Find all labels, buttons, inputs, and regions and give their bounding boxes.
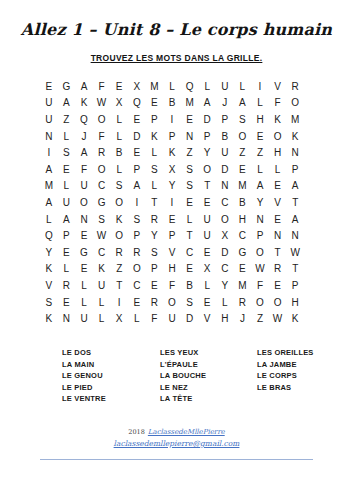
- grid-cell[interactable]: M: [40, 178, 58, 195]
- grid-cell[interactable]: M: [234, 178, 252, 195]
- grid-cell[interactable]: C: [181, 244, 199, 261]
- instruction-text: TROUVEZ LES MOTS DANS LA GRILLE.: [0, 53, 353, 63]
- grid-cell[interactable]: R: [269, 261, 287, 278]
- word-list-item: LE BRAS: [257, 382, 314, 394]
- grid-cell[interactable]: L: [251, 95, 269, 112]
- grid-cell[interactable]: I: [40, 144, 58, 161]
- grid-cell[interactable]: Y: [146, 227, 164, 244]
- grid-cell[interactable]: T: [198, 178, 216, 195]
- grid-cell[interactable]: Y: [251, 194, 269, 211]
- grid-cell[interactable]: Y: [198, 144, 216, 161]
- grid-cell[interactable]: U: [216, 78, 234, 95]
- grid-cell[interactable]: E: [269, 178, 287, 195]
- grid-cell[interactable]: E: [198, 294, 216, 311]
- grid-cell[interactable]: O: [198, 161, 216, 178]
- grid-cell[interactable]: E: [181, 261, 199, 278]
- word-list-item: LA BOUCHE: [160, 370, 206, 382]
- grid-cell[interactable]: H: [286, 294, 304, 311]
- grid-cell[interactable]: P: [163, 227, 181, 244]
- grid-cell[interactable]: B: [110, 144, 128, 161]
- grid-cell[interactable]: V: [269, 194, 287, 211]
- word-search-grid: EGAFEXMLQLULIVRUAKWXQEBMAJALFOUZQOLEPIED…: [40, 78, 304, 327]
- author-link[interactable]: LaclassedeMllePierre: [148, 428, 225, 436]
- credit-line: 2018LaclassedeMllePierre: [0, 426, 353, 438]
- grid-cell[interactable]: O: [93, 161, 111, 178]
- word-list: LE DOSLA MAINLE GENOULE PIEDLE VENTRELES…: [0, 347, 353, 409]
- grid-cell[interactable]: W: [269, 310, 287, 327]
- grid-cell[interactable]: A: [128, 178, 146, 195]
- grid-cell[interactable]: E: [234, 161, 252, 178]
- grid-cell[interactable]: R: [234, 294, 252, 311]
- grid-cell[interactable]: U: [93, 277, 111, 294]
- grid-cell[interactable]: Y: [216, 277, 234, 294]
- grid-cell[interactable]: X: [163, 161, 181, 178]
- grid-cell[interactable]: E: [40, 78, 58, 95]
- grid-cell[interactable]: Y: [40, 244, 58, 261]
- grid-cell[interactable]: S: [58, 144, 76, 161]
- grid-cell[interactable]: G: [93, 194, 111, 211]
- grid-cell[interactable]: E: [181, 194, 199, 211]
- grid-cell[interactable]: P: [251, 227, 269, 244]
- grid-cell[interactable]: P: [128, 227, 146, 244]
- footer: 2018LaclassedeMllePierre laclassedemllep…: [0, 426, 353, 450]
- word-list-item: LE PIED: [62, 382, 106, 394]
- grid-cell[interactable]: A: [58, 211, 76, 228]
- grid-cell[interactable]: K: [93, 261, 111, 278]
- grid-cell[interactable]: F: [93, 78, 111, 95]
- grid-cell[interactable]: L: [110, 111, 128, 128]
- grid-cell[interactable]: L: [234, 78, 252, 95]
- grid-cell[interactable]: E: [198, 244, 216, 261]
- grid-cell[interactable]: I: [163, 111, 181, 128]
- grid-cell[interactable]: I: [251, 78, 269, 95]
- grid-cell[interactable]: K: [269, 111, 287, 128]
- grid-cell[interactable]: C: [93, 178, 111, 195]
- grid-cell[interactable]: O: [234, 128, 252, 145]
- word-list-item: LES OREILLES: [257, 347, 314, 359]
- grid-cell[interactable]: L: [163, 78, 181, 95]
- grid-cell[interactable]: K: [163, 144, 181, 161]
- grid-cell[interactable]: L: [93, 294, 111, 311]
- grid-cell[interactable]: E: [58, 294, 76, 311]
- email-line: laclassedemllepierre@gmail.com: [0, 438, 353, 450]
- grid-cell[interactable]: E: [128, 294, 146, 311]
- grid-cell[interactable]: Z: [251, 310, 269, 327]
- grid-cell[interactable]: Y: [163, 178, 181, 195]
- grid-cell[interactable]: Q: [40, 227, 58, 244]
- grid-cell[interactable]: U: [163, 310, 181, 327]
- grid-cell[interactable]: O: [128, 261, 146, 278]
- grid-cell[interactable]: F: [269, 95, 287, 112]
- grid-cell[interactable]: L: [110, 128, 128, 145]
- grid-cell[interactable]: O: [93, 111, 111, 128]
- word-list-column: LE DOSLA MAINLE GENOULE PIEDLE VENTRE: [62, 347, 106, 405]
- grid-cell[interactable]: K: [40, 261, 58, 278]
- grid-cell[interactable]: L: [93, 310, 111, 327]
- grid-cell[interactable]: I: [110, 294, 128, 311]
- grid-cell[interactable]: S: [128, 211, 146, 228]
- grid-cell[interactable]: C: [128, 277, 146, 294]
- grid-cell[interactable]: E: [58, 161, 76, 178]
- grid-cell[interactable]: D: [216, 244, 234, 261]
- grid-cell[interactable]: S: [181, 178, 199, 195]
- grid-cell[interactable]: X: [128, 78, 146, 95]
- grid-cell[interactable]: L: [58, 261, 76, 278]
- grid-cell[interactable]: L: [40, 211, 58, 228]
- grid-cell[interactable]: F: [163, 277, 181, 294]
- grid-cell[interactable]: O: [251, 294, 269, 311]
- grid-cell[interactable]: L: [146, 178, 164, 195]
- email-link[interactable]: laclassedemllepierre@gmail.com: [114, 439, 240, 448]
- grid-cell[interactable]: R: [146, 211, 164, 228]
- footer-year: 2018: [128, 428, 145, 436]
- grid-cell[interactable]: O: [75, 194, 93, 211]
- word-list-item: LE CORPS: [257, 370, 314, 382]
- grid-cell[interactable]: U: [75, 310, 93, 327]
- grid-cell[interactable]: P: [146, 261, 164, 278]
- grid-cell[interactable]: D: [128, 128, 146, 145]
- grid-cell[interactable]: O: [110, 194, 128, 211]
- grid-cell[interactable]: L: [146, 144, 164, 161]
- word-list-item: LA TÊTE: [160, 393, 206, 405]
- grid-cell[interactable]: R: [286, 78, 304, 95]
- grid-cell[interactable]: J: [75, 128, 93, 145]
- grid-cell[interactable]: E: [128, 144, 146, 161]
- grid-cell[interactable]: H: [163, 261, 181, 278]
- grid-cell[interactable]: X: [216, 227, 234, 244]
- grid-cell[interactable]: C: [216, 261, 234, 278]
- grid-cell[interactable]: E: [58, 244, 76, 261]
- grid-cell[interactable]: A: [40, 194, 58, 211]
- grid-cell[interactable]: Z: [234, 144, 252, 161]
- grid-cell[interactable]: G: [58, 78, 76, 95]
- grid-cell[interactable]: S: [146, 161, 164, 178]
- grid-cell[interactable]: A: [40, 161, 58, 178]
- grid-cell[interactable]: Q: [181, 78, 199, 95]
- grid-cell[interactable]: E: [269, 277, 287, 294]
- grid-cell[interactable]: O: [216, 211, 234, 228]
- grid-cell[interactable]: N: [181, 128, 199, 145]
- grid-cell[interactable]: F: [75, 161, 93, 178]
- grid-cell[interactable]: A: [286, 178, 304, 195]
- grid-cell[interactable]: P: [163, 128, 181, 145]
- grid-cell[interactable]: L: [251, 161, 269, 178]
- grid-cell[interactable]: E: [198, 194, 216, 211]
- grid-cell[interactable]: S: [146, 244, 164, 261]
- grid-cell[interactable]: P: [58, 227, 76, 244]
- grid-cell[interactable]: R: [128, 244, 146, 261]
- grid-cell[interactable]: O: [269, 128, 287, 145]
- grid-cell[interactable]: T: [286, 194, 304, 211]
- grid-cell[interactable]: K: [110, 211, 128, 228]
- grid-cell[interactable]: X: [110, 310, 128, 327]
- grid-cell[interactable]: T: [269, 244, 287, 261]
- grid-cell[interactable]: Q: [75, 111, 93, 128]
- grid-cell[interactable]: M: [146, 78, 164, 95]
- grid-cell[interactable]: X: [198, 261, 216, 278]
- worksheet-page: Allez 1 – Unit 8 – Le corps humain TROUV…: [0, 0, 353, 500]
- grid-cell[interactable]: A: [234, 95, 252, 112]
- grid-cell[interactable]: I: [128, 194, 146, 211]
- word-list-item: LES YEUX: [160, 347, 206, 359]
- grid-cell[interactable]: O: [286, 95, 304, 112]
- word-list-column: LES OREILLESLA JAMBELE CORPSLE BRAS: [257, 347, 314, 393]
- grid-cell[interactable]: E: [146, 95, 164, 112]
- grid-cell[interactable]: S: [110, 178, 128, 195]
- grid-cell[interactable]: H: [269, 144, 287, 161]
- grid-cell[interactable]: K: [75, 95, 93, 112]
- grid-cell[interactable]: E: [251, 128, 269, 145]
- grid-cell[interactable]: R: [110, 244, 128, 261]
- grid-cell[interactable]: V: [269, 78, 287, 95]
- footer-divider: [40, 459, 313, 460]
- word-list-column: LES YEUXL'ÉPAULELA BOUCHELE NEZLA TÊTE: [160, 347, 206, 405]
- grid-cell[interactable]: R: [93, 144, 111, 161]
- grid-cell[interactable]: E: [110, 78, 128, 95]
- grid-cell[interactable]: Z: [110, 261, 128, 278]
- grid-cell[interactable]: B: [234, 194, 252, 211]
- grid-cell[interactable]: L: [269, 161, 287, 178]
- grid-cell[interactable]: P: [286, 161, 304, 178]
- grid-cell[interactable]: L: [198, 78, 216, 95]
- grid-cell[interactable]: C: [93, 244, 111, 261]
- grid-cell[interactable]: M: [286, 111, 304, 128]
- grid-cell[interactable]: O: [110, 227, 128, 244]
- grid-cell[interactable]: U: [198, 211, 216, 228]
- grid-cell[interactable]: O: [251, 244, 269, 261]
- grid-cell[interactable]: U: [75, 178, 93, 195]
- grid-cell[interactable]: V: [198, 310, 216, 327]
- grid-cell[interactable]: H: [251, 111, 269, 128]
- grid-cell[interactable]: P: [286, 277, 304, 294]
- grid-cell[interactable]: F: [93, 128, 111, 145]
- grid-cell[interactable]: M: [234, 277, 252, 294]
- grid-cell[interactable]: G: [75, 244, 93, 261]
- grid-cell[interactable]: D: [216, 161, 234, 178]
- grid-cell[interactable]: W: [251, 261, 269, 278]
- grid-cell[interactable]: H: [216, 310, 234, 327]
- grid-cell[interactable]: E: [146, 277, 164, 294]
- grid-cell[interactable]: N: [269, 227, 287, 244]
- grid-cell[interactable]: N: [58, 310, 76, 327]
- grid-cell[interactable]: E: [75, 261, 93, 278]
- grid-cell[interactable]: F: [146, 310, 164, 327]
- grid-cell[interactable]: L: [110, 161, 128, 178]
- grid-cell[interactable]: U: [40, 111, 58, 128]
- grid-cell[interactable]: Z: [181, 144, 199, 161]
- grid-cell[interactable]: B: [216, 128, 234, 145]
- word-list-item: LA MAIN: [62, 359, 106, 371]
- grid-cell[interactable]: L: [181, 211, 199, 228]
- grid-cell[interactable]: C: [216, 194, 234, 211]
- grid-cell[interactable]: L: [75, 294, 93, 311]
- grid-cell[interactable]: S: [234, 111, 252, 128]
- grid-cell[interactable]: N: [216, 178, 234, 195]
- grid-cell[interactable]: L: [58, 178, 76, 195]
- grid-cell[interactable]: L: [216, 294, 234, 311]
- grid-cell[interactable]: T: [181, 227, 199, 244]
- grid-cell[interactable]: O: [269, 294, 287, 311]
- grid-cell[interactable]: G: [234, 244, 252, 261]
- grid-cell[interactable]: A: [75, 144, 93, 161]
- grid-cell[interactable]: N: [286, 227, 304, 244]
- grid-cell[interactable]: R: [58, 277, 76, 294]
- grid-cell[interactable]: P: [216, 111, 234, 128]
- grid-cell[interactable]: U: [198, 227, 216, 244]
- grid-cell[interactable]: W: [93, 227, 111, 244]
- grid-cell[interactable]: P: [146, 111, 164, 128]
- grid-cell[interactable]: E: [128, 111, 146, 128]
- word-list-item: LE GENOU: [62, 370, 106, 382]
- grid-cell[interactable]: N: [40, 128, 58, 145]
- grid-cell[interactable]: A: [75, 78, 93, 95]
- grid-cell[interactable]: I: [163, 194, 181, 211]
- grid-cell[interactable]: C: [234, 227, 252, 244]
- grid-cell[interactable]: J: [234, 310, 252, 327]
- grid-cell[interactable]: A: [58, 95, 76, 112]
- grid-cell[interactable]: S: [40, 294, 58, 311]
- grid-cell[interactable]: A: [251, 178, 269, 195]
- grid-cell[interactable]: E: [181, 111, 199, 128]
- grid-cell[interactable]: K: [146, 128, 164, 145]
- grid-cell[interactable]: W: [93, 95, 111, 112]
- grid-cell[interactable]: K: [286, 128, 304, 145]
- grid-cell[interactable]: T: [146, 194, 164, 211]
- grid-cell[interactable]: O: [163, 294, 181, 311]
- grid-cell[interactable]: A: [286, 211, 304, 228]
- grid-cell[interactable]: B: [181, 277, 199, 294]
- grid-cell[interactable]: N: [75, 211, 93, 228]
- grid-cell[interactable]: E: [163, 211, 181, 228]
- grid-cell[interactable]: D: [198, 111, 216, 128]
- grid-cell[interactable]: V: [40, 277, 58, 294]
- grid-cell[interactable]: W: [286, 244, 304, 261]
- word-list-item: LE DOS: [62, 347, 106, 359]
- grid-cell[interactable]: S: [181, 161, 199, 178]
- word-list-item: LA JAMBE: [257, 359, 314, 371]
- grid-cell[interactable]: L: [128, 310, 146, 327]
- grid-cell[interactable]: Z: [251, 144, 269, 161]
- grid-cell[interactable]: B: [163, 95, 181, 112]
- grid-cell[interactable]: J: [216, 95, 234, 112]
- grid-cell[interactable]: P: [198, 128, 216, 145]
- grid-cell[interactable]: N: [286, 144, 304, 161]
- grid-cell[interactable]: P: [128, 161, 146, 178]
- page-title: Allez 1 – Unit 8 – Le corps humain: [0, 20, 353, 39]
- grid-cell[interactable]: K: [40, 310, 58, 327]
- grid-cell[interactable]: U: [40, 95, 58, 112]
- grid-cell[interactable]: T: [110, 277, 128, 294]
- grid-cell[interactable]: L: [198, 277, 216, 294]
- grid-cell[interactable]: R: [146, 294, 164, 311]
- word-list-item: L'ÉPAULE: [160, 359, 206, 371]
- grid-cell[interactable]: L: [75, 277, 93, 294]
- grid-cell[interactable]: M: [181, 95, 199, 112]
- grid-cell[interactable]: E: [269, 211, 287, 228]
- grid-cell[interactable]: U: [216, 144, 234, 161]
- grid-cell[interactable]: S: [181, 294, 199, 311]
- grid-cell[interactable]: T: [286, 261, 304, 278]
- grid-cell[interactable]: Z: [58, 111, 76, 128]
- grid-cell[interactable]: H: [234, 211, 252, 228]
- grid-cell[interactable]: V: [163, 244, 181, 261]
- grid-cell[interactable]: E: [234, 261, 252, 278]
- word-list-item: LE NEZ: [160, 382, 206, 394]
- grid-cell[interactable]: L: [58, 128, 76, 145]
- grid-cell[interactable]: F: [251, 277, 269, 294]
- word-list-item: LE VENTRE: [62, 393, 106, 405]
- grid-cell[interactable]: U: [58, 194, 76, 211]
- grid-cell[interactable]: N: [251, 211, 269, 228]
- grid-cell[interactable]: A: [198, 95, 216, 112]
- grid-cell[interactable]: E: [75, 227, 93, 244]
- grid-cell[interactable]: S: [93, 211, 111, 228]
- grid-cell[interactable]: X: [110, 95, 128, 112]
- grid-cell[interactable]: D: [181, 310, 199, 327]
- grid-cell[interactable]: K: [286, 310, 304, 327]
- grid-cell[interactable]: Q: [128, 95, 146, 112]
